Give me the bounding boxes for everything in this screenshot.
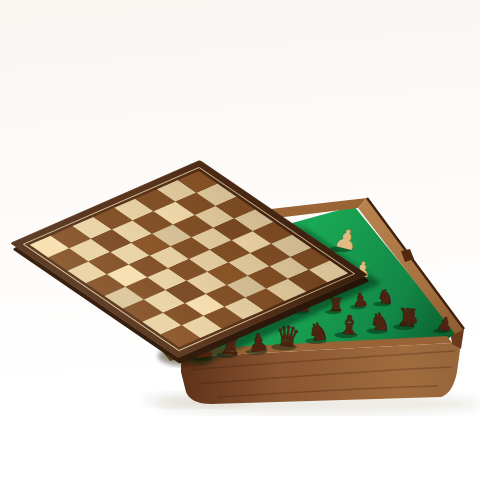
tray-piece-dark-knight: ♞ xyxy=(307,317,330,346)
chess-set-photo: Overhead photo of a wooden chess set box… xyxy=(0,0,480,480)
tray-piece-dark-bishop: ♝ xyxy=(337,309,362,340)
tray-piece-dark-knight: ♞ xyxy=(376,284,395,307)
tray-piece-dark-pawn: ♟ xyxy=(351,288,369,310)
tray-piece-dark-queen: ♛ xyxy=(274,319,302,354)
tray-piece-dark-knight: ♞ xyxy=(369,308,391,336)
tray-piece-dark-pawn: ♟ xyxy=(435,312,454,335)
tray-piece-dark-rook: ♜ xyxy=(396,303,420,333)
